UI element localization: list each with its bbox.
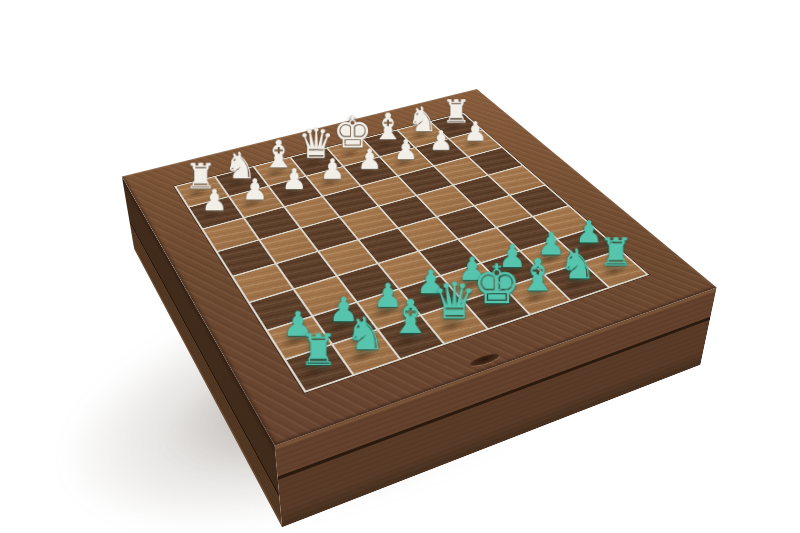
rook-glyph: ♜ <box>287 328 351 372</box>
pawn-glyph: ♟ <box>188 186 241 215</box>
product-photo-background: ♜♞♝♛♚♝♞♜♟♟♟♟♟♟♟♟♟♟♟♟♟♟♟♟♜♞♝♛♚♝♞♜ <box>0 0 800 533</box>
